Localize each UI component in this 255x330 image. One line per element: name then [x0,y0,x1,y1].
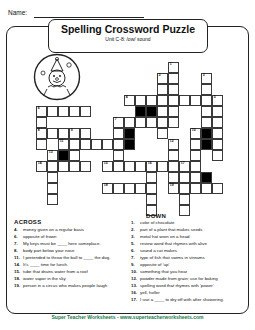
black-cell [135,106,146,117]
grid-cell[interactable] [157,128,168,139]
grid-cell[interactable] [212,106,223,117]
grid-cell[interactable] [168,161,179,172]
grid-cell[interactable] [201,106,212,117]
black-cell [124,139,135,150]
grid-cell[interactable]: 2 [157,73,168,84]
grid-cell[interactable] [113,139,124,150]
clue-text: person in a circus who makes people laug… [23,284,126,288]
clue-text: spelling word that rhymes with 'power' [140,284,249,288]
across-clue: 15.tube that drains water from a roof [14,270,126,274]
crossword-grid: 12345678910111213141516171819 [36,62,223,216]
grid-cell[interactable] [36,117,47,128]
black-cell [201,128,212,139]
clue-number: 11. [14,256,23,260]
grid-cell[interactable] [113,150,124,161]
grid-cell[interactable] [124,161,135,172]
grid-cell[interactable] [190,95,201,106]
grid-cell[interactable]: 18 [102,183,113,194]
across-clue: 6.opposite of frown [14,235,126,239]
grid-cell[interactable] [102,139,113,150]
black-cell [124,128,135,139]
clue-text: water vapor in the sky [23,277,126,281]
grid-cell[interactable] [113,161,124,172]
clue-number: 9. [131,263,140,267]
cell-number: 15 [104,162,108,166]
grid-cell[interactable] [179,205,190,216]
grid-cell[interactable] [146,183,157,194]
grid-cell[interactable]: 8 [36,128,47,139]
clue-number: 1. [131,221,140,225]
footer-credit: Super Teacher Worksheets - www.superteac… [0,314,255,320]
grid-cell[interactable] [80,161,91,172]
grid-cell[interactable] [212,150,223,161]
clue-text: It's ____ time for lunch. [23,263,126,267]
grid-cell[interactable] [168,95,179,106]
page-subtitle: Unit C-8: /ow/ sound [49,36,207,42]
grid-cell[interactable]: 16 [146,161,157,172]
grid-cell[interactable] [146,95,157,106]
grid-cell[interactable] [47,106,58,117]
name-label: Name: [8,9,27,16]
grid-cell[interactable]: 3 [201,73,212,84]
clue-number: 5. [131,242,140,246]
clue-text: color of chocolate [140,221,249,225]
grid-cell[interactable]: 12 [168,139,179,150]
grid-cell[interactable] [69,150,80,161]
grid-cell[interactable] [168,106,179,117]
grid-cell[interactable]: 5 [212,95,223,106]
grid-cell[interactable] [91,139,102,150]
grid-cell[interactable]: 9 [69,128,80,139]
grid-cell[interactable] [135,161,146,172]
across-clues: ACROSS 4.money given on a regular basis6… [14,219,126,291]
grid-cell[interactable] [190,139,201,150]
clue-number: 7. [14,242,23,246]
cell-number: 4 [126,96,128,100]
grid-cell[interactable] [69,161,80,172]
clue-number: 19. [14,284,23,288]
grid-cell[interactable] [124,117,135,128]
name-blank-line[interactable] [34,17,144,18]
across-clue: 19.person in a circus who makes people l… [14,284,126,288]
cell-number: 19 [170,184,174,188]
grid-cell[interactable] [124,183,135,194]
down-clue: 3.metal hat worn on a head [131,235,249,239]
clue-text: opposite of 'up' [140,263,249,267]
grid-cell[interactable]: 14 [36,161,47,172]
clue-text: part of a plant that makes seeds [140,228,249,232]
black-cell [201,139,212,150]
cell-number: 16 [148,162,152,166]
grid-cell[interactable] [146,172,157,183]
cell-number: 8 [38,129,40,133]
grid-cell[interactable] [212,117,223,128]
clue-text: I use a ____ to dry off with after showe… [140,298,249,302]
grid-cell[interactable] [80,106,91,117]
grid-cell[interactable]: 10 [190,128,201,139]
cell-number: 14 [38,162,42,166]
down-clue: 9.opposite of 'up' [131,263,249,267]
grid-cell[interactable] [168,172,179,183]
grid-cell[interactable] [146,194,157,205]
clue-text: tube that drains water from a roof [23,270,126,274]
grid-cell[interactable] [179,172,190,183]
grid-cell[interactable] [179,183,190,194]
clue-number: 10. [131,270,140,274]
grid-cell[interactable] [113,183,124,194]
grid-cell[interactable] [212,139,223,150]
cell-number: 3 [203,74,205,78]
grid-cell[interactable] [201,84,212,95]
grid-cell[interactable] [135,95,146,106]
cell-number: 1 [170,63,172,67]
grid-cell[interactable]: 19 [168,183,179,194]
black-cell [58,150,69,161]
black-cell [146,106,157,117]
clue-text: My keys must be ____ here someplace. [23,242,126,246]
clue-number: 16. [131,291,140,295]
grid-cell[interactable] [80,139,91,150]
black-cell [201,172,212,183]
title-box: Spelling Crossword Puzzle Unit C-8: /ow/… [48,19,208,53]
clue-text: body part below your nose [23,249,126,253]
down-clue: 2.part of a plant that makes seeds [131,228,249,232]
clue-text: opposite of frown [23,235,126,239]
grid-cell[interactable] [201,95,212,106]
clue-number: 7. [131,256,140,260]
grid-cell[interactable] [69,106,80,117]
grid-cell[interactable] [47,194,58,205]
grid-cell[interactable] [201,183,212,194]
clue-number: 6. [131,249,140,253]
cell-number: 7 [115,118,117,122]
across-clue: 11.I pretended to throw the ball to ____… [14,256,126,260]
clue-text: money given on a regular basis [23,228,126,232]
clue-text: I pretended to throw the ball to ____ th… [23,256,126,260]
across-clue: 14.It's ____ time for lunch. [14,263,126,267]
page-title: Spelling Crossword Puzzle [49,23,207,35]
grid-cell[interactable] [179,194,190,205]
cell-number: 17 [181,162,185,166]
clue-number: 2. [131,228,140,232]
grid-cell[interactable] [58,106,69,117]
clue-number: 17. [131,298,140,302]
down-clue: 10.something that you hear [131,270,249,274]
down-clue: 5.review word that rhymes with alive [131,242,249,246]
across-clue: 4.money given on a regular basis [14,228,126,232]
clue-text: yell, holler [140,291,249,295]
down-clue: 17.I use a ____ to dry off with after sh… [131,298,249,302]
grid-cell[interactable] [47,128,58,139]
clue-number: 4. [14,228,23,232]
down-clues: DOWN 1.color of chocolate2.part of a pla… [131,219,249,305]
clue-number: 15. [14,270,23,274]
cell-number: 5 [214,96,216,100]
grid-cell[interactable] [36,139,47,150]
grid-cell[interactable] [113,128,124,139]
grid-cell[interactable] [47,172,58,183]
cell-number: 2 [159,74,161,78]
clue-number: 6. [14,235,23,239]
down-clue: 7.type of fish that swims in streams [131,256,249,260]
clue-number: 13. [131,284,140,288]
grid-cell[interactable] [190,150,201,161]
grid-cell[interactable] [168,84,179,95]
grid-cell[interactable] [146,117,157,128]
grid-cell[interactable] [190,161,201,172]
grid-cell[interactable] [168,150,179,161]
cell-number: 12 [170,140,174,144]
down-header: DOWN [146,213,166,219]
clue-number: 14. [14,263,23,267]
grid-cell[interactable] [69,139,80,150]
grid-cell[interactable]: 6 [36,106,47,117]
grid-cell[interactable] [212,183,223,194]
grid-cell[interactable] [212,128,223,139]
clue-number: 18. [14,277,23,281]
cell-number: 13 [49,151,53,155]
grid-cell[interactable] [168,73,179,84]
down-clue: 1.color of chocolate [131,221,249,225]
clue-number: 3. [131,235,140,239]
grid-cell[interactable] [157,161,168,172]
across-header: ACROSS [14,219,126,225]
clue-text: metal hat worn on a head [140,235,249,239]
clue-number: 12. [131,277,140,281]
down-clue: 13.spelling word that rhymes with 'power… [131,284,249,288]
down-clue: 16.yell, holler [131,291,249,295]
grid-cell[interactable]: 15 [102,161,113,172]
grid-cell[interactable] [190,183,201,194]
grid-cell[interactable] [58,128,69,139]
clue-number: 8. [14,249,23,253]
grid-cell[interactable] [179,95,190,106]
grid-cell[interactable] [157,84,168,95]
grid-cell[interactable] [135,183,146,194]
grid-cell[interactable] [201,117,212,128]
cell-number: 11 [60,140,64,144]
grid-cell[interactable] [157,117,168,128]
grid-cell[interactable]: 1 [168,62,179,73]
grid-cell[interactable]: 7 [113,117,124,128]
cell-number: 6 [38,107,40,111]
grid-cell[interactable]: 17 [179,161,190,172]
grid-cell[interactable] [80,128,91,139]
clue-text: powder made from grain; use for baking [140,277,249,281]
across-clue-list: 4.money given on a regular basis6.opposi… [14,228,126,288]
grid-cell[interactable] [47,183,58,194]
cell-number: 18 [104,184,108,188]
clue-text: sound a cat makes [140,249,249,253]
grid-cell[interactable]: 4 [124,95,135,106]
down-clue: 6.sound a cat makes [131,249,249,253]
clue-text: something that you hear [140,270,249,274]
down-clue: 12.powder made from grain; use for bakin… [131,277,249,281]
grid-cell[interactable] [168,117,179,128]
grid-cell[interactable] [58,161,69,172]
across-clue: 18.water vapor in the sky [14,277,126,281]
across-clue: 7.My keys must be ____ here someplace. [14,242,126,246]
cell-number: 10 [192,129,196,133]
grid-cell[interactable] [135,117,146,128]
across-clue: 8.body part below your nose [14,249,126,253]
grid-cell[interactable] [190,172,201,183]
clue-text: review word that rhymes with alive [140,242,249,246]
grid-cell[interactable]: 11 [58,139,69,150]
grid-cell[interactable] [157,106,168,117]
grid-cell[interactable]: 13 [47,150,58,161]
cell-number: 9 [71,129,73,133]
grid-cell[interactable] [157,95,168,106]
grid-cell[interactable] [47,161,58,172]
down-clue-list: 1.color of chocolate2.part of a plant th… [131,221,249,302]
clue-text: type of fish that swims in streams [140,256,249,260]
